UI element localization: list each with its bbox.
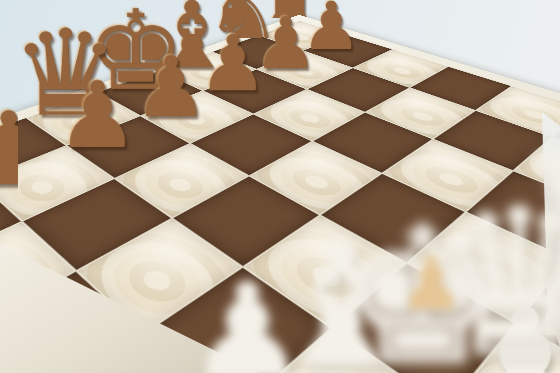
piece-brown-queen-d8: ♛ — [12, 18, 95, 128]
piece-brown-bishop-f8: ♝ — [151, 0, 222, 78]
piece-brown-bishop-c8: ♝ — [0, 51, 13, 160]
perspective-wrapper: ♜♟♟♜♞♟♟♞♝♟♟♝♛♟♟♛♚♟♟♚♝♟♟♝♞♟♟♞♜♟♟♜ — [0, 0, 560, 373]
piece-brown-rook-h8: ♜ — [254, 0, 315, 41]
piece-brown-knight-g8: ♞ — [206, 0, 272, 58]
chess-board: ♜♟♟♜♞♟♟♞♝♟♟♝♛♟♟♛♚♟♟♚♝♟♟♝♞♟♟♞♜♟♟♜ — [0, 15, 560, 373]
piece-brown-king-e8: ♚ — [87, 0, 163, 101]
photo-scene: ♜♟♟♜♞♟♟♞♝♟♟♝♛♟♟♛♚♟♟♚♝♟♟♝♞♟♟♞♜♟♟♜ ♟ ♝ ♚ ♟… — [0, 0, 560, 373]
